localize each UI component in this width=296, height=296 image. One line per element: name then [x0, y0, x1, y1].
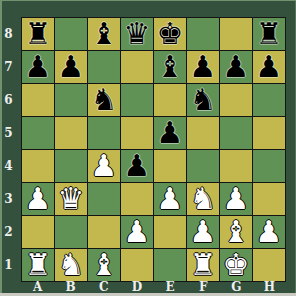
square-c2[interactable]	[88, 216, 120, 248]
square-e7[interactable]: ♝	[154, 51, 186, 83]
piece-white-knight[interactable]: ♞	[55, 249, 87, 281]
square-f4[interactable]	[187, 150, 219, 182]
piece-black-knight[interactable]: ♞	[88, 84, 120, 116]
rank-label-2: 2	[0, 216, 21, 249]
square-g5[interactable]	[220, 117, 252, 149]
square-a3[interactable]: ♟	[22, 183, 54, 215]
square-c3[interactable]	[88, 183, 120, 215]
rank-label-1: 1	[0, 249, 21, 282]
piece-white-pawn[interactable]: ♟	[154, 183, 186, 215]
piece-white-rook[interactable]: ♜	[187, 249, 219, 281]
square-e6[interactable]	[154, 84, 186, 116]
piece-white-pawn[interactable]: ♟	[88, 150, 120, 182]
piece-white-queen[interactable]: ♛	[55, 183, 87, 215]
piece-black-bishop[interactable]: ♝	[154, 51, 186, 83]
piece-white-king[interactable]: ♚	[220, 249, 252, 281]
piece-black-king[interactable]: ♚	[154, 18, 186, 50]
piece-black-pawn[interactable]: ♟	[253, 51, 285, 83]
square-f2[interactable]: ♟	[187, 216, 219, 248]
square-h7[interactable]: ♟	[253, 51, 285, 83]
piece-white-pawn[interactable]: ♟	[187, 216, 219, 248]
piece-black-pawn[interactable]: ♟	[154, 117, 186, 149]
square-d8[interactable]: ♛	[121, 18, 153, 50]
square-h5[interactable]	[253, 117, 285, 149]
square-c8[interactable]: ♝	[88, 18, 120, 50]
rank-label-6: 6	[0, 83, 21, 116]
rank-label-8: 8	[0, 17, 21, 50]
square-e1[interactable]	[154, 249, 186, 281]
square-g8[interactable]	[220, 18, 252, 50]
chess-board-frame: 87654321 ♜♝♛♚♜♟♟♝♟♟♟♞♞♟♟♟♟♛♟♞♟♟♟♝♟♜♞♝♜♚ …	[0, 0, 296, 296]
square-f1[interactable]: ♜	[187, 249, 219, 281]
piece-white-pawn[interactable]: ♟	[121, 216, 153, 248]
piece-white-bishop[interactable]: ♝	[88, 249, 120, 281]
square-a1[interactable]: ♜	[22, 249, 54, 281]
piece-white-bishop[interactable]: ♝	[220, 216, 252, 248]
square-f3[interactable]: ♞	[187, 183, 219, 215]
square-d1[interactable]	[121, 249, 153, 281]
square-e2[interactable]	[154, 216, 186, 248]
frame-bevel-top	[0, 0, 296, 1]
square-a6[interactable]	[22, 84, 54, 116]
square-h1[interactable]	[253, 249, 285, 281]
square-b1[interactable]: ♞	[55, 249, 87, 281]
piece-white-pawn[interactable]: ♟	[22, 183, 54, 215]
square-h4[interactable]	[253, 150, 285, 182]
square-a4[interactable]	[22, 150, 54, 182]
square-b8[interactable]	[55, 18, 87, 50]
square-c5[interactable]	[88, 117, 120, 149]
square-c6[interactable]: ♞	[88, 84, 120, 116]
rank-labels: 87654321	[0, 17, 21, 282]
square-g7[interactable]: ♟	[220, 51, 252, 83]
square-b4[interactable]	[55, 150, 87, 182]
piece-black-bishop[interactable]: ♝	[88, 18, 120, 50]
piece-black-pawn[interactable]: ♟	[220, 51, 252, 83]
square-g2[interactable]: ♝	[220, 216, 252, 248]
square-d4[interactable]: ♟	[121, 150, 153, 182]
piece-black-pawn[interactable]: ♟	[187, 51, 219, 83]
square-f8[interactable]	[187, 18, 219, 50]
rank-label-7: 7	[0, 50, 21, 83]
rank-label-4: 4	[0, 150, 21, 183]
piece-white-pawn[interactable]: ♟	[253, 216, 285, 248]
piece-black-rook[interactable]: ♜	[22, 18, 54, 50]
square-f5[interactable]	[187, 117, 219, 149]
square-c1[interactable]: ♝	[88, 249, 120, 281]
square-g6[interactable]	[220, 84, 252, 116]
square-b2[interactable]	[55, 216, 87, 248]
square-d5[interactable]	[121, 117, 153, 149]
square-c7[interactable]	[88, 51, 120, 83]
piece-black-pawn[interactable]: ♟	[55, 51, 87, 83]
square-e8[interactable]: ♚	[154, 18, 186, 50]
square-d3[interactable]	[121, 183, 153, 215]
piece-white-knight[interactable]: ♞	[187, 183, 219, 215]
square-g3[interactable]: ♟	[220, 183, 252, 215]
piece-white-rook[interactable]: ♜	[22, 249, 54, 281]
square-b6[interactable]	[55, 84, 87, 116]
square-b7[interactable]: ♟	[55, 51, 87, 83]
square-h6[interactable]	[253, 84, 285, 116]
square-a8[interactable]: ♜	[22, 18, 54, 50]
square-h8[interactable]: ♜	[253, 18, 285, 50]
frame-bevel-right	[295, 0, 296, 293]
square-d6[interactable]	[121, 84, 153, 116]
square-d2[interactable]: ♟	[121, 216, 153, 248]
square-e3[interactable]: ♟	[154, 183, 186, 215]
square-g1[interactable]: ♚	[220, 249, 252, 281]
square-a2[interactable]	[22, 216, 54, 248]
piece-black-knight[interactable]: ♞	[187, 84, 219, 116]
square-h2[interactable]: ♟	[253, 216, 285, 248]
square-a7[interactable]: ♟	[22, 51, 54, 83]
piece-black-pawn[interactable]: ♟	[121, 150, 153, 182]
piece-black-pawn[interactable]: ♟	[22, 51, 54, 83]
square-f6[interactable]: ♞	[187, 84, 219, 116]
rank-label-3: 3	[0, 183, 21, 216]
square-b3[interactable]: ♛	[55, 183, 87, 215]
square-e5[interactable]: ♟	[154, 117, 186, 149]
square-e4[interactable]	[154, 150, 186, 182]
square-b5[interactable]	[55, 117, 87, 149]
chess-board[interactable]: ♜♝♛♚♜♟♟♝♟♟♟♞♞♟♟♟♟♛♟♞♟♟♟♝♟♜♞♝♜♚	[21, 17, 286, 282]
rank-label-5: 5	[0, 116, 21, 149]
square-d7[interactable]	[121, 51, 153, 83]
piece-black-queen[interactable]: ♛	[121, 18, 153, 50]
square-h3[interactable]	[253, 183, 285, 215]
square-c4[interactable]: ♟	[88, 150, 120, 182]
square-f7[interactable]: ♟	[187, 51, 219, 83]
piece-white-pawn[interactable]: ♟	[220, 183, 252, 215]
piece-black-rook[interactable]: ♜	[253, 18, 285, 50]
square-a5[interactable]	[22, 117, 54, 149]
square-g4[interactable]	[220, 150, 252, 182]
